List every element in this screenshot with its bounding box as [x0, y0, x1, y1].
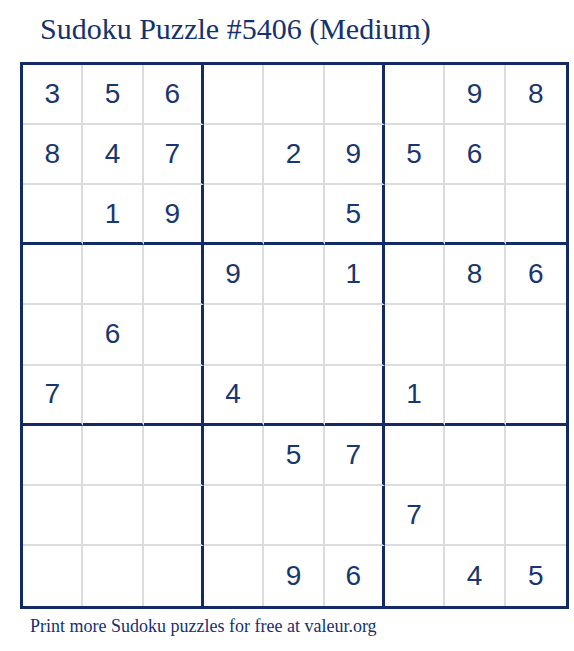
sudoku-cell-r3c8[interactable]	[445, 185, 505, 245]
sudoku-cell-r7c2[interactable]	[83, 426, 143, 486]
sudoku-cell-r7c6[interactable]: 7	[325, 426, 385, 486]
sudoku-cell-r6c2[interactable]	[83, 366, 143, 426]
sudoku-cell-r5c9[interactable]	[506, 305, 566, 365]
sudoku-cell-r5c4[interactable]	[204, 305, 264, 365]
sudoku-cell-r6c6[interactable]	[325, 366, 385, 426]
sudoku-cell-r9c7[interactable]	[385, 546, 445, 606]
sudoku-cell-r7c5[interactable]: 5	[264, 426, 324, 486]
page-title: Sudoku Puzzle #5406 (Medium)	[40, 10, 431, 48]
sudoku-cell-r6c4[interactable]: 4	[204, 366, 264, 426]
sudoku-cell-r2c1[interactable]: 8	[23, 125, 83, 185]
sudoku-cell-r4c9[interactable]: 6	[506, 245, 566, 305]
sudoku-grid: 356988472956195918667415779645	[20, 62, 569, 609]
sudoku-cell-r3c1[interactable]	[23, 185, 83, 245]
sudoku-cell-r6c9[interactable]	[506, 366, 566, 426]
sudoku-cell-r3c9[interactable]	[506, 185, 566, 245]
sudoku-cell-r1c4[interactable]	[204, 65, 264, 125]
sudoku-cell-r7c7[interactable]	[385, 426, 445, 486]
sudoku-cell-r5c5[interactable]	[264, 305, 324, 365]
sudoku-cell-r2c7[interactable]: 5	[385, 125, 445, 185]
sudoku-cell-r3c7[interactable]	[385, 185, 445, 245]
sudoku-cell-r7c1[interactable]	[23, 426, 83, 486]
sudoku-cell-r3c2[interactable]: 1	[83, 185, 143, 245]
sudoku-cell-r4c6[interactable]: 1	[325, 245, 385, 305]
sudoku-cell-r3c6[interactable]: 5	[325, 185, 385, 245]
sudoku-cell-r1c2[interactable]: 5	[83, 65, 143, 125]
sudoku-cell-r1c8[interactable]: 9	[445, 65, 505, 125]
sudoku-cell-r4c4[interactable]: 9	[204, 245, 264, 305]
sudoku-cell-r8c2[interactable]	[83, 486, 143, 546]
sudoku-cell-r6c7[interactable]: 1	[385, 366, 445, 426]
sudoku-cell-r2c8[interactable]: 6	[445, 125, 505, 185]
sudoku-cell-r7c8[interactable]	[445, 426, 505, 486]
sudoku-cell-r3c3[interactable]: 9	[144, 185, 204, 245]
sudoku-cell-r8c3[interactable]	[144, 486, 204, 546]
sudoku-cell-r5c8[interactable]	[445, 305, 505, 365]
sudoku-cell-r5c6[interactable]	[325, 305, 385, 365]
sudoku-cell-r8c4[interactable]	[204, 486, 264, 546]
sudoku-cell-r3c5[interactable]	[264, 185, 324, 245]
sudoku-cell-r1c7[interactable]	[385, 65, 445, 125]
sudoku-cell-r3c4[interactable]	[204, 185, 264, 245]
sudoku-cell-r2c9[interactable]	[506, 125, 566, 185]
sudoku-cell-r5c7[interactable]	[385, 305, 445, 365]
sudoku-cell-r1c3[interactable]: 6	[144, 65, 204, 125]
sudoku-cell-r2c3[interactable]: 7	[144, 125, 204, 185]
sudoku-cell-r9c4[interactable]	[204, 546, 264, 606]
sudoku-cell-r4c5[interactable]	[264, 245, 324, 305]
sudoku-cell-r6c3[interactable]	[144, 366, 204, 426]
sudoku-cell-r1c9[interactable]: 8	[506, 65, 566, 125]
sudoku-cell-r7c4[interactable]	[204, 426, 264, 486]
sudoku-cell-r9c6[interactable]: 6	[325, 546, 385, 606]
sudoku-cell-r4c3[interactable]	[144, 245, 204, 305]
footer-text: Print more Sudoku puzzles for free at va…	[30, 616, 377, 637]
sudoku-cell-r4c1[interactable]	[23, 245, 83, 305]
sudoku-cell-r9c9[interactable]: 5	[506, 546, 566, 606]
sudoku-cell-r9c8[interactable]: 4	[445, 546, 505, 606]
sudoku-cell-r8c7[interactable]: 7	[385, 486, 445, 546]
sudoku-cell-r6c8[interactable]	[445, 366, 505, 426]
sudoku-page: Sudoku Puzzle #5406 (Medium) 35698847295…	[0, 0, 574, 651]
sudoku-cell-r1c6[interactable]	[325, 65, 385, 125]
sudoku-cell-r5c2[interactable]: 6	[83, 305, 143, 365]
sudoku-cell-r2c2[interactable]: 4	[83, 125, 143, 185]
sudoku-cell-r8c8[interactable]	[445, 486, 505, 546]
sudoku-cell-r5c3[interactable]	[144, 305, 204, 365]
sudoku-cell-r7c3[interactable]	[144, 426, 204, 486]
sudoku-cell-r8c5[interactable]	[264, 486, 324, 546]
sudoku-cell-r8c9[interactable]	[506, 486, 566, 546]
sudoku-cell-r8c1[interactable]	[23, 486, 83, 546]
sudoku-cell-r1c1[interactable]: 3	[23, 65, 83, 125]
sudoku-cell-r4c7[interactable]	[385, 245, 445, 305]
sudoku-cell-r9c2[interactable]	[83, 546, 143, 606]
sudoku-cell-r7c9[interactable]	[506, 426, 566, 486]
sudoku-cell-r4c8[interactable]: 8	[445, 245, 505, 305]
sudoku-cell-r9c1[interactable]	[23, 546, 83, 606]
sudoku-cell-r2c4[interactable]	[204, 125, 264, 185]
sudoku-cell-r9c5[interactable]: 9	[264, 546, 324, 606]
sudoku-cell-r2c5[interactable]: 2	[264, 125, 324, 185]
sudoku-cell-r9c3[interactable]	[144, 546, 204, 606]
sudoku-cell-r4c2[interactable]	[83, 245, 143, 305]
sudoku-cell-r5c1[interactable]	[23, 305, 83, 365]
sudoku-cell-r2c6[interactable]: 9	[325, 125, 385, 185]
sudoku-cell-r1c5[interactable]	[264, 65, 324, 125]
sudoku-cell-r6c5[interactable]	[264, 366, 324, 426]
sudoku-cell-r6c1[interactable]: 7	[23, 366, 83, 426]
sudoku-cell-r8c6[interactable]	[325, 486, 385, 546]
